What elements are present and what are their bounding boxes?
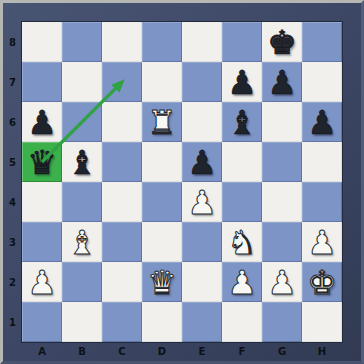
- file-labels: ABCDEFGH: [22, 342, 342, 361]
- square-d4[interactable]: [142, 182, 182, 222]
- square-g3[interactable]: [262, 222, 302, 262]
- square-g5[interactable]: [262, 142, 302, 182]
- chess-board-window: 87654321 ♚♟♟♟♜♝♟♛♝♟♟♝♞♟♟♛♟♟♚ ABCDEFGH: [0, 0, 364, 364]
- square-c6[interactable]: [102, 102, 142, 142]
- rank-labels: 87654321: [3, 22, 22, 342]
- square-h7[interactable]: [302, 62, 342, 102]
- piece-black-pawn[interactable]: ♟: [262, 62, 302, 102]
- square-a2[interactable]: ♟: [22, 262, 62, 302]
- square-g8[interactable]: ♚: [262, 22, 302, 62]
- square-b7[interactable]: [62, 62, 102, 102]
- rank-label-5: 5: [3, 142, 22, 182]
- file-label-a: A: [22, 342, 62, 361]
- piece-white-pawn[interactable]: ♟: [222, 262, 262, 302]
- square-g2[interactable]: ♟: [262, 262, 302, 302]
- square-e3[interactable]: [182, 222, 222, 262]
- piece-white-pawn[interactable]: ♟: [22, 262, 62, 302]
- piece-black-pawn[interactable]: ♟: [182, 142, 222, 182]
- file-label-e: E: [182, 342, 222, 361]
- square-h6[interactable]: ♟: [302, 102, 342, 142]
- piece-black-bishop[interactable]: ♝: [62, 142, 102, 182]
- square-e6[interactable]: [182, 102, 222, 142]
- square-a4[interactable]: [22, 182, 62, 222]
- piece-white-rook[interactable]: ♜: [142, 102, 182, 142]
- square-g1[interactable]: [262, 302, 302, 342]
- square-e1[interactable]: [182, 302, 222, 342]
- square-h1[interactable]: [302, 302, 342, 342]
- piece-white-pawn[interactable]: ♟: [302, 222, 342, 262]
- square-b6[interactable]: [62, 102, 102, 142]
- square-c8[interactable]: [102, 22, 142, 62]
- square-b5[interactable]: ♝: [62, 142, 102, 182]
- file-label-g: G: [262, 342, 302, 361]
- square-e8[interactable]: [182, 22, 222, 62]
- square-g7[interactable]: ♟: [262, 62, 302, 102]
- square-f1[interactable]: [222, 302, 262, 342]
- square-e5[interactable]: ♟: [182, 142, 222, 182]
- rank-label-4: 4: [3, 182, 22, 222]
- square-f4[interactable]: [222, 182, 262, 222]
- file-label-c: C: [102, 342, 142, 361]
- square-e4[interactable]: ♟: [182, 182, 222, 222]
- square-h8[interactable]: [302, 22, 342, 62]
- file-label-d: D: [142, 342, 182, 361]
- piece-white-pawn[interactable]: ♟: [262, 262, 302, 302]
- square-c7[interactable]: [102, 62, 142, 102]
- square-f3[interactable]: ♞: [222, 222, 262, 262]
- square-f6[interactable]: ♝: [222, 102, 262, 142]
- piece-black-pawn[interactable]: ♟: [222, 62, 262, 102]
- piece-black-king[interactable]: ♚: [262, 22, 302, 62]
- square-g4[interactable]: [262, 182, 302, 222]
- square-a7[interactable]: [22, 62, 62, 102]
- square-f2[interactable]: ♟: [222, 262, 262, 302]
- piece-black-pawn[interactable]: ♟: [302, 102, 342, 142]
- square-c2[interactable]: [102, 262, 142, 302]
- file-label-b: B: [62, 342, 102, 361]
- piece-black-pawn[interactable]: ♟: [22, 102, 62, 142]
- square-a3[interactable]: [22, 222, 62, 262]
- square-a8[interactable]: [22, 22, 62, 62]
- square-e2[interactable]: [182, 262, 222, 302]
- piece-white-pawn[interactable]: ♟: [182, 182, 222, 222]
- square-d6[interactable]: ♜: [142, 102, 182, 142]
- square-d8[interactable]: [142, 22, 182, 62]
- square-b2[interactable]: [62, 262, 102, 302]
- square-c4[interactable]: [102, 182, 142, 222]
- rank-label-1: 1: [3, 302, 22, 342]
- square-h2[interactable]: ♚: [302, 262, 342, 302]
- piece-white-knight[interactable]: ♞: [222, 222, 262, 262]
- square-e7[interactable]: [182, 62, 222, 102]
- square-h5[interactable]: [302, 142, 342, 182]
- square-g6[interactable]: [262, 102, 302, 142]
- square-f8[interactable]: [222, 22, 262, 62]
- square-d5[interactable]: [142, 142, 182, 182]
- square-h3[interactable]: ♟: [302, 222, 342, 262]
- rank-label-6: 6: [3, 102, 22, 142]
- square-c3[interactable]: [102, 222, 142, 262]
- rank-label-7: 7: [3, 62, 22, 102]
- square-d2[interactable]: ♛: [142, 262, 182, 302]
- piece-black-queen[interactable]: ♛: [22, 142, 62, 182]
- square-b1[interactable]: [62, 302, 102, 342]
- rank-label-8: 8: [3, 22, 22, 62]
- square-c5[interactable]: [102, 142, 142, 182]
- square-d3[interactable]: [142, 222, 182, 262]
- square-f5[interactable]: [222, 142, 262, 182]
- square-d1[interactable]: [142, 302, 182, 342]
- square-c1[interactable]: [102, 302, 142, 342]
- square-b8[interactable]: [62, 22, 102, 62]
- piece-white-king[interactable]: ♚: [302, 262, 342, 302]
- rank-label-2: 2: [3, 262, 22, 302]
- square-a5[interactable]: ♛: [22, 142, 62, 182]
- file-label-h: H: [302, 342, 342, 361]
- square-h4[interactable]: [302, 182, 342, 222]
- square-f7[interactable]: ♟: [222, 62, 262, 102]
- rank-label-3: 3: [3, 222, 22, 262]
- square-b4[interactable]: [62, 182, 102, 222]
- square-a6[interactable]: ♟: [22, 102, 62, 142]
- piece-white-bishop[interactable]: ♝: [62, 222, 102, 262]
- file-label-f: F: [222, 342, 262, 361]
- square-d7[interactable]: [142, 62, 182, 102]
- square-b3[interactable]: ♝: [62, 222, 102, 262]
- piece-white-queen[interactable]: ♛: [142, 262, 182, 302]
- chess-board: ♚♟♟♟♜♝♟♛♝♟♟♝♞♟♟♛♟♟♚: [22, 22, 342, 342]
- piece-black-bishop[interactable]: ♝: [222, 102, 262, 142]
- square-a1[interactable]: [22, 302, 62, 342]
